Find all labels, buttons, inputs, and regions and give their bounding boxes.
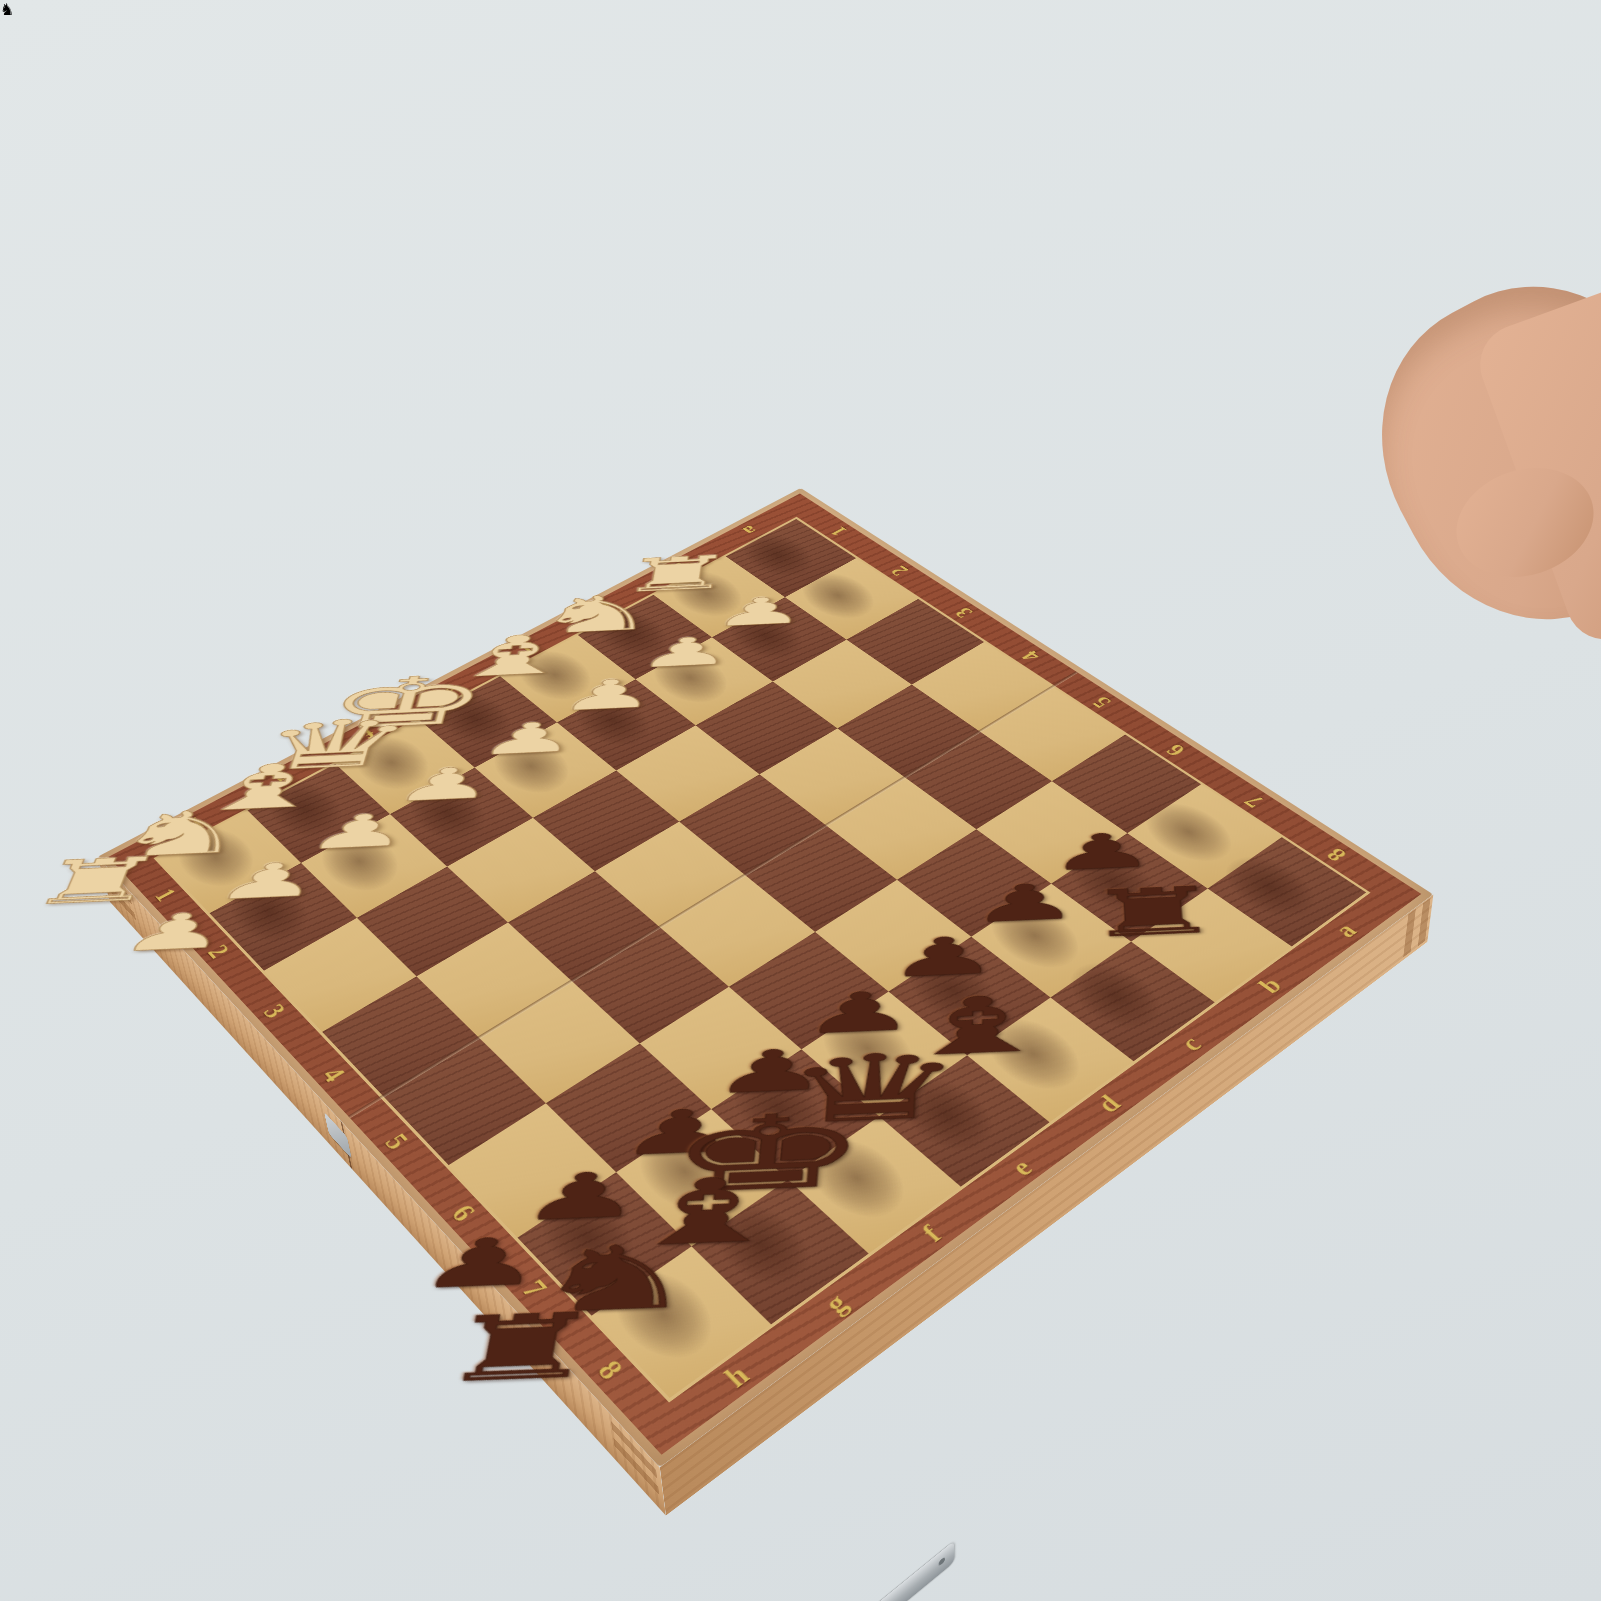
clasp-icon bbox=[858, 1541, 954, 1601]
chess-board: 1122334455667788aabbccddeeffgghh ♜♞♝♚♛♝♞… bbox=[98, 488, 1434, 1467]
square-g4[interactable] bbox=[417, 922, 572, 1037]
square-g7[interactable] bbox=[617, 1109, 788, 1246]
product-photo-scene: 1122334455667788aabbccddeeffgghh ♜♞♝♚♛♝♞… bbox=[0, 0, 1601, 1601]
square-f6[interactable] bbox=[639, 986, 801, 1109]
board-3d-stage: 1122334455667788aabbccddeeffgghh ♜♞♝♚♛♝♞… bbox=[0, 0, 1601, 1601]
